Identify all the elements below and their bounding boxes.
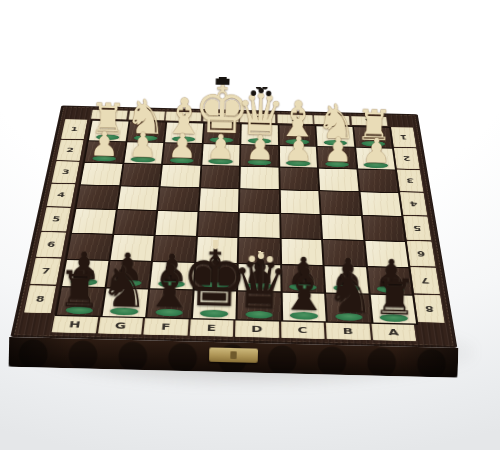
file-label-b: B (326, 321, 371, 340)
rank-label-7: 7 (30, 258, 61, 285)
file-label-d: D (235, 319, 279, 338)
rank-label-6: 6 (36, 232, 66, 257)
file-label-e: E (203, 112, 239, 122)
rank-label-4: 4 (47, 184, 76, 207)
piece-black-knight[interactable]: ♞ (100, 258, 150, 315)
file-label-e: E (189, 318, 233, 337)
square-d8[interactable]: ♛ (238, 292, 281, 321)
piece-white-pawn[interactable]: ♟ (323, 133, 353, 167)
square-g8[interactable]: ♞ (102, 288, 148, 317)
file-label-a: A (371, 322, 416, 341)
square-c8[interactable]: ♝ (282, 293, 326, 322)
brass-clasp-icon (209, 347, 258, 362)
square-h8[interactable]: ♜ (57, 287, 104, 316)
rank-label-2: 2 (394, 148, 420, 169)
square-e8[interactable]: ♚ (192, 291, 236, 320)
piece-white-pawn[interactable]: ♟ (362, 134, 392, 168)
piece-black-bishop[interactable]: ♝ (279, 261, 331, 320)
square-g2[interactable]: ♟ (124, 142, 163, 163)
square-c5[interactable] (281, 214, 321, 239)
file-label-a: A (351, 116, 387, 126)
rank-label-1: 1 (391, 127, 416, 147)
file-label-g: G (128, 111, 164, 121)
file-label-d: D (240, 113, 276, 123)
piece-white-pawn[interactable]: ♟ (128, 128, 158, 162)
rank-label-1: 1 (61, 119, 87, 139)
square-e2[interactable]: ♟ (202, 144, 240, 166)
square-c4[interactable] (280, 190, 319, 214)
square-d3[interactable] (240, 167, 278, 190)
file-label-b: B (314, 115, 350, 125)
square-h5[interactable] (72, 209, 115, 234)
rank-label-3: 3 (52, 161, 80, 183)
square-e3[interactable] (200, 166, 239, 189)
rank-label-5: 5 (41, 207, 70, 231)
chess-box: HGFEDCBA 12345678 12345678 HGFEDCBA ♜♞♝♚… (10, 105, 457, 348)
rank-label-2: 2 (56, 140, 83, 161)
file-label-c: C (277, 114, 313, 124)
file-label-h: H (91, 110, 128, 120)
square-a3[interactable] (358, 170, 398, 193)
box-front-face (9, 337, 459, 378)
file-label-g: G (97, 316, 143, 335)
square-g5[interactable] (114, 210, 156, 235)
piece-white-pawn[interactable]: ♟ (89, 127, 119, 161)
square-b5[interactable] (322, 215, 363, 240)
piece-white-pawn[interactable]: ♟ (206, 130, 236, 164)
rank-label-4: 4 (400, 192, 428, 215)
square-a5[interactable] (362, 216, 404, 241)
file-label-c: C (281, 320, 325, 339)
photo-background: HGFEDCBA 12345678 12345678 HGFEDCBA ♜♞♝♚… (0, 0, 500, 450)
square-h4[interactable] (77, 185, 119, 208)
square-h3[interactable] (81, 163, 122, 185)
square-c2[interactable]: ♟ (279, 146, 317, 168)
piece-white-pawn[interactable]: ♟ (167, 129, 197, 163)
rank-label-6: 6 (407, 241, 436, 267)
square-d4[interactable] (240, 189, 279, 213)
piece-black-rook[interactable]: ♜ (57, 264, 101, 315)
square-b2[interactable]: ♟ (318, 147, 356, 169)
file-label-f: F (143, 317, 188, 336)
rank-label-8: 8 (24, 285, 56, 313)
square-b3[interactable] (319, 169, 358, 192)
square-a2[interactable]: ♟ (356, 148, 395, 170)
square-f3[interactable] (161, 165, 200, 187)
square-a4[interactable] (360, 192, 401, 216)
square-c3[interactable] (280, 168, 318, 191)
square-b4[interactable] (320, 191, 360, 215)
board-grid: ♜♞♝♚♛♝♞♜♟♟♟♟♟♟♟♟♟♟♟♟♟♟♟♟♜♞♝♚♛♝♞♜ (55, 120, 419, 325)
piece-black-knight[interactable]: ♞ (325, 264, 375, 321)
square-g4[interactable] (117, 186, 158, 210)
rank-label-8: 8 (414, 295, 445, 323)
square-f2[interactable]: ♟ (163, 143, 201, 165)
piece-white-pawn[interactable]: ♟ (284, 132, 314, 166)
board-tilt-wrapper: HGFEDCBA 12345678 12345678 HGFEDCBA ♜♞♝♚… (21, 0, 453, 426)
piece-white-pawn[interactable]: ♟ (245, 131, 275, 165)
rank-label-5: 5 (403, 216, 431, 240)
chess-board: HGFEDCBA 12345678 12345678 HGFEDCBA ♜♞♝♚… (10, 105, 457, 348)
square-g3[interactable] (121, 164, 161, 186)
file-label-f: F (166, 112, 202, 122)
square-d2[interactable]: ♟ (241, 145, 278, 167)
piece-black-rook[interactable]: ♜ (373, 272, 417, 323)
square-h2[interactable]: ♟ (85, 141, 125, 162)
rank-label-3: 3 (397, 169, 424, 191)
file-label-h: H (52, 315, 98, 334)
square-a8[interactable]: ♜ (370, 295, 416, 324)
square-f4[interactable] (158, 187, 198, 211)
square-e4[interactable] (199, 188, 238, 212)
square-b8[interactable]: ♞ (326, 294, 371, 323)
